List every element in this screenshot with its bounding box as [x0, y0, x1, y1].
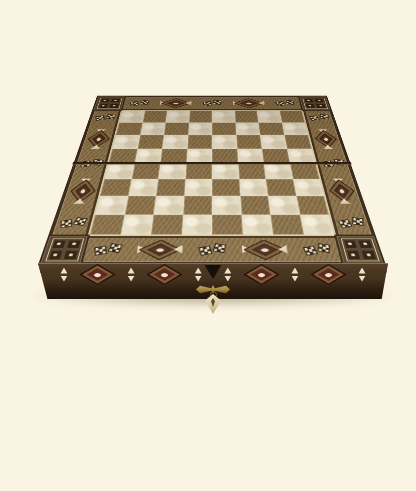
corner-inlay-cell	[347, 251, 361, 259]
die-checker	[337, 219, 352, 228]
board-grid	[90, 111, 334, 235]
square-h7[interactable]	[282, 122, 308, 135]
corner-inlay-cell	[362, 251, 376, 259]
die-checker	[212, 243, 226, 253]
red-lozenge-motif	[310, 264, 346, 285]
square-d2[interactable]	[183, 196, 212, 215]
square-b1[interactable]	[120, 214, 153, 234]
corner-inlay-cell	[306, 104, 315, 108]
die-checker	[60, 219, 72, 228]
corner-inlay-cell	[64, 251, 78, 259]
pearl-triangle	[291, 276, 298, 282]
pearl-hourglass-motif	[359, 268, 366, 282]
corner-inlay-motif	[96, 98, 122, 109]
corner-inlay-cell	[49, 251, 63, 259]
square-e3[interactable]	[212, 179, 240, 196]
border-edge-bottom	[82, 235, 342, 265]
square-c4[interactable]	[158, 163, 186, 179]
dice-inlay-motif	[275, 100, 295, 106]
square-a3[interactable]	[100, 179, 131, 196]
dice-inlay-motif	[337, 217, 365, 228]
square-f4[interactable]	[238, 163, 266, 179]
corner-inlay-motif	[340, 238, 379, 261]
square-d5[interactable]	[186, 149, 212, 164]
square-d8[interactable]	[189, 111, 212, 123]
die-checker	[107, 243, 122, 253]
corner-inlay-cell	[315, 99, 324, 103]
square-c8[interactable]	[166, 111, 190, 123]
pearl-hourglass-motif	[128, 268, 135, 282]
square-b5[interactable]	[134, 149, 162, 164]
square-e5[interactable]	[212, 149, 238, 164]
square-f2[interactable]	[240, 196, 270, 215]
pearl-triangle	[224, 276, 231, 282]
dice-inlay-motif	[202, 100, 222, 106]
dice-inlay-motif	[302, 243, 331, 256]
die-checker	[130, 101, 139, 106]
diamond-medallion-motif	[159, 100, 191, 107]
square-h4[interactable]	[290, 163, 320, 179]
square-g5[interactable]	[262, 149, 290, 164]
product-photo-scene	[0, 0, 416, 491]
square-f6[interactable]	[236, 135, 262, 149]
square-e8[interactable]	[212, 111, 235, 123]
square-g2[interactable]	[268, 196, 300, 215]
corner-inlay-cell	[344, 240, 357, 248]
die-checker	[319, 114, 328, 119]
pearl-triangle	[128, 276, 135, 282]
corner-inlay-cell	[111, 99, 120, 103]
corner-inlay-cell	[101, 99, 110, 103]
border-corner-top-right	[298, 96, 332, 111]
die-checker	[73, 217, 88, 226]
dice-inlay-motif	[94, 243, 121, 256]
corner-inlay-motif	[302, 98, 328, 109]
square-c5[interactable]	[160, 149, 187, 164]
corner-inlay-cell	[304, 99, 313, 103]
pearl-triangle	[224, 268, 231, 274]
border-edge-top	[122, 96, 301, 111]
chessboard-box-top	[38, 96, 386, 265]
square-h3[interactable]	[293, 179, 324, 196]
pearl-hourglass-motif	[195, 268, 202, 282]
dice-inlay-motif	[198, 243, 226, 256]
red-lozenge-motif	[147, 264, 183, 285]
dice-inlay-motif	[308, 114, 329, 121]
square-e6[interactable]	[212, 135, 237, 149]
pearl-hourglass-motif	[224, 268, 231, 282]
square-h5[interactable]	[287, 149, 316, 164]
square-e7[interactable]	[212, 122, 236, 135]
dice-inlay-motif	[95, 114, 115, 121]
border-corner-bottom-left	[38, 235, 90, 265]
square-b3[interactable]	[128, 179, 158, 196]
pearl-triangle	[291, 268, 298, 274]
square-e4[interactable]	[212, 163, 239, 179]
square-d4[interactable]	[185, 163, 212, 179]
square-e1[interactable]	[212, 214, 243, 234]
corner-inlay-cell	[99, 104, 108, 108]
die-checker	[302, 246, 317, 256]
square-f1[interactable]	[241, 214, 273, 234]
diamond-medallion-motif	[315, 129, 337, 148]
square-a1[interactable]	[90, 214, 124, 234]
die-checker	[352, 217, 363, 226]
border-corner-bottom-right	[334, 235, 386, 265]
square-c2[interactable]	[154, 196, 184, 215]
square-e2[interactable]	[212, 196, 241, 215]
die-checker	[275, 101, 285, 106]
square-g4[interactable]	[264, 163, 293, 179]
die-checker	[308, 115, 319, 120]
die-checker	[105, 114, 116, 119]
die-checker	[285, 100, 294, 105]
fold-seam	[72, 162, 351, 164]
square-c1[interactable]	[151, 214, 183, 234]
corner-inlay-motif	[45, 238, 84, 261]
square-g3[interactable]	[266, 179, 296, 196]
square-f7[interactable]	[235, 122, 260, 135]
square-h2[interactable]	[296, 196, 329, 215]
die-checker	[139, 100, 149, 105]
diamond-medallion-motif	[241, 242, 288, 257]
square-c7[interactable]	[164, 122, 189, 135]
red-lozenge-motif	[243, 264, 279, 285]
die-checker	[317, 243, 329, 253]
corner-inlay-cell	[358, 240, 372, 248]
square-c3[interactable]	[156, 179, 185, 196]
die-checker	[95, 115, 104, 120]
square-b7[interactable]	[140, 122, 166, 135]
square-d1[interactable]	[181, 214, 212, 234]
square-f8[interactable]	[234, 111, 258, 123]
diamond-medallion-motif	[232, 100, 264, 107]
square-a5[interactable]	[109, 149, 138, 164]
square-d6[interactable]	[187, 135, 212, 149]
square-d3[interactable]	[184, 179, 212, 196]
die-checker	[198, 246, 212, 256]
square-b2[interactable]	[124, 196, 156, 215]
die-checker	[212, 100, 222, 105]
inlaid-diamond	[314, 130, 336, 148]
square-h1[interactable]	[300, 214, 334, 234]
border-corner-top-left	[92, 96, 126, 111]
pearl-triangle	[359, 276, 366, 282]
diamond-medallion-motif	[70, 179, 96, 204]
inlaid-diamond	[329, 179, 354, 203]
square-b8[interactable]	[142, 111, 167, 123]
square-g8[interactable]	[257, 111, 282, 123]
corner-inlay-cell	[67, 240, 80, 248]
inlaid-diamond	[70, 179, 95, 203]
diamond-medallion-motif	[136, 242, 183, 257]
square-f5[interactable]	[237, 149, 264, 164]
pearl-hourglass-motif	[291, 268, 298, 282]
board-face	[38, 96, 386, 265]
corner-inlay-cell	[109, 104, 118, 108]
square-a8[interactable]	[119, 111, 144, 123]
square-g1[interactable]	[270, 214, 303, 234]
corner-inlay-cell	[316, 104, 325, 108]
diamond-medallion-motif	[87, 129, 109, 148]
square-d7[interactable]	[188, 122, 212, 135]
die-checker	[202, 101, 212, 106]
red-lozenge-motif	[80, 264, 116, 285]
square-c6[interactable]	[162, 135, 188, 149]
square-f3[interactable]	[239, 179, 268, 196]
square-b6[interactable]	[137, 135, 164, 149]
diamond-medallion-motif	[329, 179, 355, 204]
pearl-triangle	[60, 276, 67, 282]
pearl-triangle	[128, 268, 135, 274]
corner-inlay-cell	[52, 240, 66, 248]
pearl-triangle	[195, 276, 202, 282]
square-b4[interactable]	[131, 163, 160, 179]
dice-inlay-motif	[130, 100, 149, 106]
dice-inlay-motif	[60, 217, 86, 228]
square-h6[interactable]	[284, 135, 312, 149]
pearl-triangle	[195, 268, 202, 274]
square-a7[interactable]	[116, 122, 142, 135]
square-h8[interactable]	[279, 111, 304, 123]
square-g7[interactable]	[258, 122, 284, 135]
inlaid-diamond	[87, 130, 109, 148]
pearl-hourglass-motif	[60, 268, 67, 282]
square-a6[interactable]	[112, 135, 140, 149]
pearl-triangle	[359, 268, 366, 274]
square-a4[interactable]	[104, 163, 134, 179]
square-g6[interactable]	[260, 135, 287, 149]
die-checker	[94, 246, 107, 256]
pearl-triangle	[60, 268, 67, 274]
square-a2[interactable]	[95, 196, 128, 215]
